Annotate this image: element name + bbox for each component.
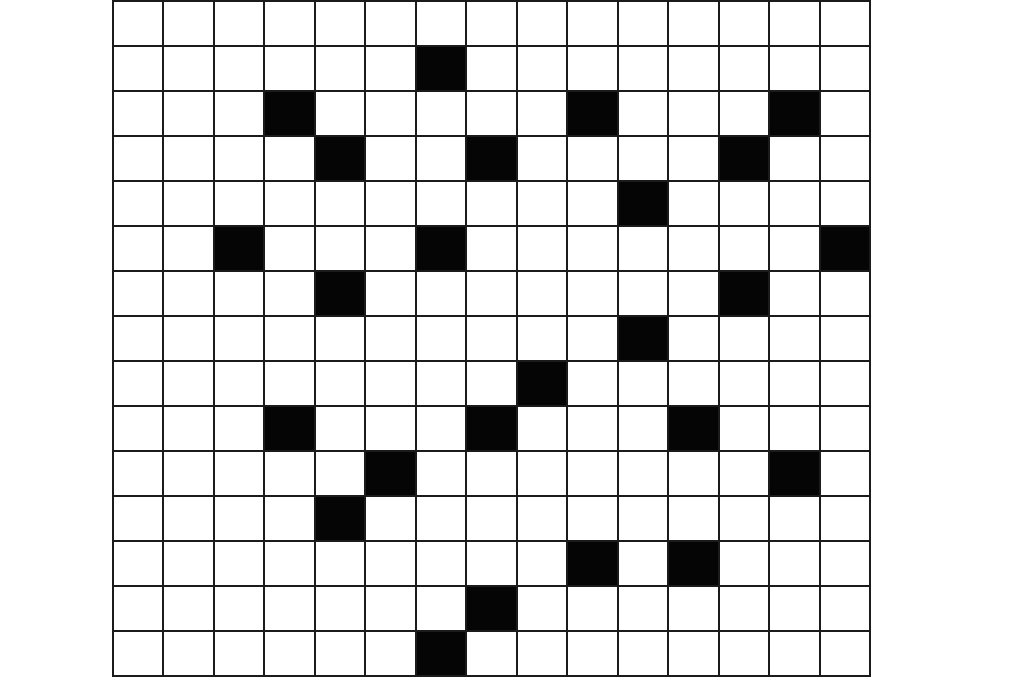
grid-cell-white[interactable] xyxy=(114,317,162,360)
grid-cell-white[interactable] xyxy=(164,362,212,405)
grid-cell-white[interactable] xyxy=(265,47,313,90)
grid-cell-white[interactable] xyxy=(114,137,162,180)
grid-cell-white[interactable] xyxy=(467,497,515,540)
grid-cell-white[interactable] xyxy=(720,47,768,90)
grid-cell-white[interactable] xyxy=(770,317,818,360)
grid-cell-white[interactable] xyxy=(568,362,616,405)
grid-cell-white[interactable] xyxy=(316,362,364,405)
grid-cell-white[interactable] xyxy=(316,47,364,90)
grid-cell-white[interactable] xyxy=(619,542,667,585)
grid-cell-white[interactable] xyxy=(720,227,768,270)
grid-cell-white[interactable] xyxy=(821,92,869,135)
grid-cell-white[interactable] xyxy=(568,2,616,45)
grid-cell-white[interactable] xyxy=(215,272,263,315)
grid-cell-white[interactable] xyxy=(215,362,263,405)
grid-cell-white[interactable] xyxy=(164,92,212,135)
grid-cell-white[interactable] xyxy=(366,272,414,315)
grid-cell-white[interactable] xyxy=(669,587,717,630)
grid-cell-white[interactable] xyxy=(265,542,313,585)
grid-cell-white[interactable] xyxy=(417,2,465,45)
grid-cell-white[interactable] xyxy=(114,497,162,540)
grid-cell-white[interactable] xyxy=(619,407,667,450)
grid-cell-white[interactable] xyxy=(467,182,515,225)
grid-cell-white[interactable] xyxy=(316,407,364,450)
grid-cell-black xyxy=(720,272,768,315)
grid-cell-white[interactable] xyxy=(164,272,212,315)
grid-cell-black xyxy=(518,362,566,405)
grid-cell-white[interactable] xyxy=(770,137,818,180)
grid-cell-white[interactable] xyxy=(467,227,515,270)
grid-cell-white[interactable] xyxy=(821,317,869,360)
grid-cell-white[interactable] xyxy=(770,227,818,270)
grid-cell-white[interactable] xyxy=(669,317,717,360)
grid-cell-white[interactable] xyxy=(417,497,465,540)
grid-cell-white[interactable] xyxy=(619,272,667,315)
grid-cell-white[interactable] xyxy=(417,272,465,315)
grid-cell-white[interactable] xyxy=(619,632,667,675)
grid-cell-white[interactable] xyxy=(417,452,465,495)
grid-cell-black xyxy=(568,92,616,135)
grid-cell-white[interactable] xyxy=(417,137,465,180)
grid-cell-white[interactable] xyxy=(467,632,515,675)
grid-cell-white[interactable] xyxy=(164,407,212,450)
grid-cell-white[interactable] xyxy=(114,362,162,405)
grid-cell-white[interactable] xyxy=(366,137,414,180)
grid-cell-white[interactable] xyxy=(265,137,313,180)
grid-cell-white[interactable] xyxy=(568,407,616,450)
grid-cell-white[interactable] xyxy=(720,452,768,495)
grid-cell-white[interactable] xyxy=(518,47,566,90)
grid-cell-white[interactable] xyxy=(821,407,869,450)
grid-cell-white[interactable] xyxy=(720,587,768,630)
grid-cell-white[interactable] xyxy=(619,92,667,135)
grid-cell-white[interactable] xyxy=(619,2,667,45)
grid-cell-black xyxy=(215,227,263,270)
grid-cell-white[interactable] xyxy=(467,317,515,360)
grid-cell-white[interactable] xyxy=(518,92,566,135)
grid-cell-white[interactable] xyxy=(366,497,414,540)
grid-cell-white[interactable] xyxy=(770,2,818,45)
grid-cell-white[interactable] xyxy=(417,542,465,585)
grid-cell-white[interactable] xyxy=(669,452,717,495)
grid-cell-white[interactable] xyxy=(720,632,768,675)
grid-cell-white[interactable] xyxy=(215,587,263,630)
grid-cell-white[interactable] xyxy=(114,272,162,315)
grid-cell-white[interactable] xyxy=(720,182,768,225)
grid-cell-white[interactable] xyxy=(215,2,263,45)
grid-cell-white[interactable] xyxy=(770,407,818,450)
grid-cell-white[interactable] xyxy=(164,632,212,675)
grid-cell-white[interactable] xyxy=(164,317,212,360)
grid-cell-white[interactable] xyxy=(467,2,515,45)
grid-cell-black xyxy=(265,92,313,135)
grid-cell-white[interactable] xyxy=(619,227,667,270)
grid-cell-white[interactable] xyxy=(467,272,515,315)
grid-cell-white[interactable] xyxy=(114,2,162,45)
grid-cell-white[interactable] xyxy=(366,2,414,45)
grid-cell-white[interactable] xyxy=(467,47,515,90)
grid-cell-white[interactable] xyxy=(114,452,162,495)
grid-cell-white[interactable] xyxy=(568,587,616,630)
grid-cell-black xyxy=(770,92,818,135)
grid-cell-white[interactable] xyxy=(518,272,566,315)
grid-cell-white[interactable] xyxy=(518,632,566,675)
grid-cell-white[interactable] xyxy=(518,182,566,225)
grid-cell-black xyxy=(467,407,515,450)
grid-cell-black xyxy=(467,137,515,180)
grid-cell-black xyxy=(720,137,768,180)
grid-cell-white[interactable] xyxy=(417,407,465,450)
grid-cell-white[interactable] xyxy=(467,92,515,135)
grid-cell-white[interactable] xyxy=(215,92,263,135)
grid-cell-white[interactable] xyxy=(164,47,212,90)
grid-cell-white[interactable] xyxy=(417,317,465,360)
grid-cell-white[interactable] xyxy=(215,632,263,675)
grid-cell-white[interactable] xyxy=(164,587,212,630)
grid-cell-white[interactable] xyxy=(568,452,616,495)
grid-cell-white[interactable] xyxy=(265,362,313,405)
grid-cell-white[interactable] xyxy=(821,632,869,675)
grid-cell-black xyxy=(265,407,313,450)
grid-cell-black xyxy=(417,227,465,270)
grid-cell-white[interactable] xyxy=(720,317,768,360)
grid-cell-white[interactable] xyxy=(265,227,313,270)
grid-cell-white[interactable] xyxy=(821,2,869,45)
grid-cell-white[interactable] xyxy=(568,632,616,675)
grid-cell-black xyxy=(669,542,717,585)
grid-cell-white[interactable] xyxy=(265,182,313,225)
grid-cell-white[interactable] xyxy=(821,362,869,405)
grid-cell-white[interactable] xyxy=(265,272,313,315)
grid-cell-white[interactable] xyxy=(770,632,818,675)
grid-cell-white[interactable] xyxy=(215,497,263,540)
grid-cell-white[interactable] xyxy=(366,227,414,270)
grid-cell-white[interactable] xyxy=(265,587,313,630)
grid-cell-white[interactable] xyxy=(366,362,414,405)
grid-cell-white[interactable] xyxy=(720,407,768,450)
grid-cell-white[interactable] xyxy=(669,362,717,405)
grid-cell-white[interactable] xyxy=(770,362,818,405)
grid-cell-white[interactable] xyxy=(265,452,313,495)
grid-cell-white[interactable] xyxy=(164,182,212,225)
grid-cell-white[interactable] xyxy=(669,47,717,90)
grid-cell-white[interactable] xyxy=(215,452,263,495)
grid-cell-white[interactable] xyxy=(720,2,768,45)
grid-cell-white[interactable] xyxy=(720,497,768,540)
grid-cell-white[interactable] xyxy=(164,542,212,585)
grid-cell-white[interactable] xyxy=(114,587,162,630)
grid-cell-white[interactable] xyxy=(720,362,768,405)
grid-cell-black xyxy=(417,47,465,90)
grid-cell-white[interactable] xyxy=(114,47,162,90)
grid-cell-white[interactable] xyxy=(366,407,414,450)
grid-cell-white[interactable] xyxy=(619,587,667,630)
grid-cell-white[interactable] xyxy=(821,47,869,90)
grid-cell-black xyxy=(821,227,869,270)
grid-cell-white[interactable] xyxy=(417,182,465,225)
grid-cell-white[interactable] xyxy=(770,587,818,630)
grid-cell-white[interactable] xyxy=(518,452,566,495)
grid-cell-white[interactable] xyxy=(114,227,162,270)
grid-cell-white[interactable] xyxy=(518,227,566,270)
grid-cell-white[interactable] xyxy=(669,632,717,675)
grid-cell-white[interactable] xyxy=(316,587,364,630)
grid-cell-white[interactable] xyxy=(417,587,465,630)
grid-cell-white[interactable] xyxy=(114,632,162,675)
grid-cell-white[interactable] xyxy=(821,452,869,495)
grid-cell-white[interactable] xyxy=(518,497,566,540)
grid-cell-white[interactable] xyxy=(316,452,364,495)
grid-cell-white[interactable] xyxy=(366,317,414,360)
grid-cell-white[interactable] xyxy=(366,632,414,675)
grid-cell-white[interactable] xyxy=(164,497,212,540)
grid-cell-white[interactable] xyxy=(265,2,313,45)
grid-cell-white[interactable] xyxy=(366,542,414,585)
grid-cell-black xyxy=(316,497,364,540)
grid-cell-white[interactable] xyxy=(518,587,566,630)
grid-cell-white[interactable] xyxy=(164,227,212,270)
grid-cell-white[interactable] xyxy=(316,2,364,45)
grid-cell-white[interactable] xyxy=(518,542,566,585)
grid-cell-white[interactable] xyxy=(669,227,717,270)
grid-cell-white[interactable] xyxy=(770,182,818,225)
grid-cell-white[interactable] xyxy=(821,182,869,225)
grid-cell-white[interactable] xyxy=(316,632,364,675)
grid-cell-white[interactable] xyxy=(568,497,616,540)
grid-cell-white[interactable] xyxy=(467,452,515,495)
grid-cell-black xyxy=(568,542,616,585)
grid-cell-white[interactable] xyxy=(821,497,869,540)
grid-cell-white[interactable] xyxy=(568,272,616,315)
grid-cell-white[interactable] xyxy=(669,137,717,180)
grid-cell-white[interactable] xyxy=(215,407,263,450)
grid-cell-white[interactable] xyxy=(366,92,414,135)
grid-cell-white[interactable] xyxy=(417,362,465,405)
grid-cell-white[interactable] xyxy=(669,92,717,135)
grid-cell-white[interactable] xyxy=(518,317,566,360)
grid-cell-black xyxy=(619,182,667,225)
grid-cell-white[interactable] xyxy=(467,542,515,585)
grid-cell-white[interactable] xyxy=(114,92,162,135)
grid-cell-white[interactable] xyxy=(619,137,667,180)
grid-cell-black xyxy=(619,317,667,360)
grid-cell-white[interactable] xyxy=(366,587,414,630)
grid-cell-white[interactable] xyxy=(568,137,616,180)
grid-cell-white[interactable] xyxy=(669,2,717,45)
grid-cell-black xyxy=(669,407,717,450)
grid-cell-white[interactable] xyxy=(770,272,818,315)
grid-cell-white[interactable] xyxy=(316,227,364,270)
grid-cell-white[interactable] xyxy=(669,272,717,315)
grid-cell-white[interactable] xyxy=(164,2,212,45)
grid-cell-white[interactable] xyxy=(518,137,566,180)
grid-cell-white[interactable] xyxy=(366,47,414,90)
grid-cell-white[interactable] xyxy=(568,47,616,90)
grid-cell-white[interactable] xyxy=(265,632,313,675)
grid-cell-white[interactable] xyxy=(619,452,667,495)
grid-cell-white[interactable] xyxy=(316,317,364,360)
grid-cell-white[interactable] xyxy=(770,542,818,585)
grid-cell-white[interactable] xyxy=(215,182,263,225)
grid-cell-white[interactable] xyxy=(568,317,616,360)
grid-cell-white[interactable] xyxy=(568,227,616,270)
grid-cell-black xyxy=(770,452,818,495)
grid-cell-white[interactable] xyxy=(619,497,667,540)
grid-cell-white[interactable] xyxy=(316,182,364,225)
grid-cell-white[interactable] xyxy=(215,317,263,360)
grid-cell-white[interactable] xyxy=(669,182,717,225)
grid-cell-black xyxy=(316,272,364,315)
grid-cell-white[interactable] xyxy=(518,2,566,45)
grid-cell-white[interactable] xyxy=(316,92,364,135)
grid-cell-black xyxy=(366,452,414,495)
grid-cell-white[interactable] xyxy=(821,137,869,180)
grid-cell-white[interactable] xyxy=(366,182,414,225)
grid-cell-white[interactable] xyxy=(770,497,818,540)
grid-cell-white[interactable] xyxy=(164,137,212,180)
grid-cell-white[interactable] xyxy=(316,542,364,585)
grid-cell-white[interactable] xyxy=(518,407,566,450)
grid-cell-white[interactable] xyxy=(568,182,616,225)
grid-cell-white[interactable] xyxy=(114,182,162,225)
grid-cell-white[interactable] xyxy=(215,137,263,180)
grid-cell-white[interactable] xyxy=(265,497,313,540)
grid-cell-white[interactable] xyxy=(821,542,869,585)
grid-cell-white[interactable] xyxy=(669,497,717,540)
grid-cell-white[interactable] xyxy=(720,542,768,585)
grid-cell-white[interactable] xyxy=(619,47,667,90)
grid-cell-white[interactable] xyxy=(821,587,869,630)
grid-cell-white[interactable] xyxy=(821,272,869,315)
grid-cell-white[interactable] xyxy=(770,47,818,90)
grid-cell-white[interactable] xyxy=(619,362,667,405)
grid-cell-white[interactable] xyxy=(467,362,515,405)
grid-cell-white[interactable] xyxy=(720,92,768,135)
grid-cell-black xyxy=(467,587,515,630)
grid-cell-white[interactable] xyxy=(114,542,162,585)
grid-cell-white[interactable] xyxy=(417,92,465,135)
grid-cell-white[interactable] xyxy=(265,317,313,360)
grid-cell-white[interactable] xyxy=(215,47,263,90)
grid-cell-black xyxy=(316,137,364,180)
grid-cell-white[interactable] xyxy=(215,542,263,585)
grid-cell-white[interactable] xyxy=(114,407,162,450)
grid-cell-black xyxy=(417,632,465,675)
grid-cell-white[interactable] xyxy=(164,452,212,495)
puzzle-grid xyxy=(112,0,871,677)
